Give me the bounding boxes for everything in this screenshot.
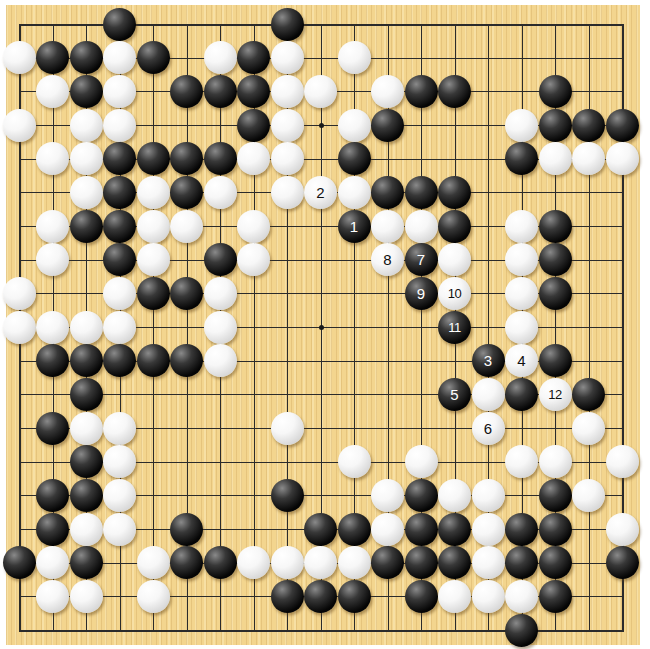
stone-black-c12-r8[interactable]: 9 — [405, 277, 438, 310]
stone-black-c2-r11[interactable] — [70, 378, 103, 411]
stone-white-c9-r16[interactable] — [304, 546, 337, 579]
stone-white-c10-r16[interactable] — [338, 546, 371, 579]
move-number-label: 11 — [438, 311, 471, 344]
stone-black-c12-r14[interactable] — [405, 479, 438, 512]
stone-white-c3-r12[interactable] — [103, 412, 136, 445]
stone-white-c1-r2[interactable] — [36, 75, 69, 108]
stone-black-c13-r9[interactable]: 11 — [438, 311, 471, 344]
stone-white-c8-r2[interactable] — [271, 75, 304, 108]
stone-white-c1-r6[interactable] — [36, 210, 69, 243]
stone-white-c0-r9[interactable] — [3, 311, 36, 344]
stone-white-c6-r10[interactable] — [204, 344, 237, 377]
stone-white-c15-r3[interactable] — [505, 109, 538, 142]
stone-black-c3-r0[interactable] — [103, 8, 136, 41]
stone-black-c13-r6[interactable] — [438, 210, 471, 243]
stone-white-c3-r3[interactable] — [103, 109, 136, 142]
stone-black-c9-r17[interactable] — [304, 580, 337, 613]
stone-white-c2-r5[interactable] — [70, 176, 103, 209]
stone-white-c15-r7[interactable] — [505, 243, 538, 276]
stone-white-c13-r14[interactable] — [438, 479, 471, 512]
stone-black-c6-r7[interactable] — [204, 243, 237, 276]
stone-black-c12-r15[interactable] — [405, 513, 438, 546]
stone-white-c15-r17[interactable] — [505, 580, 538, 613]
stone-black-c16-r6[interactable] — [539, 210, 572, 243]
stone-black-c10-r15[interactable] — [338, 513, 371, 546]
stone-black-c4-r1[interactable] — [137, 41, 170, 74]
move-number-label: 3 — [472, 344, 505, 377]
stone-white-c4-r5[interactable] — [137, 176, 170, 209]
stone-white-c2-r3[interactable] — [70, 109, 103, 142]
stone-white-c9-r5[interactable]: 2 — [304, 176, 337, 209]
stone-white-c11-r15[interactable] — [371, 513, 404, 546]
stone-black-c16-r2[interactable] — [539, 75, 572, 108]
stone-black-c3-r10[interactable] — [103, 344, 136, 377]
stone-black-c10-r17[interactable] — [338, 580, 371, 613]
stone-black-c2-r14[interactable] — [70, 479, 103, 512]
stone-black-c7-r1[interactable] — [237, 41, 270, 74]
stone-black-c11-r16[interactable] — [371, 546, 404, 579]
stone-white-c4-r7[interactable] — [137, 243, 170, 276]
stone-white-c0-r3[interactable] — [3, 109, 36, 142]
stone-white-c14-r14[interactable] — [472, 479, 505, 512]
stone-black-c15-r15[interactable] — [505, 513, 538, 546]
stone-white-c8-r12[interactable] — [271, 412, 304, 445]
stone-white-c17-r4[interactable] — [572, 142, 605, 175]
stone-black-c15-r18[interactable] — [505, 614, 538, 647]
stone-white-c3-r2[interactable] — [103, 75, 136, 108]
stone-black-c15-r11[interactable] — [505, 378, 538, 411]
stone-white-c14-r17[interactable] — [472, 580, 505, 613]
stone-white-c18-r15[interactable] — [606, 513, 639, 546]
stone-black-c11-r3[interactable] — [371, 109, 404, 142]
stone-black-c5-r8[interactable] — [170, 277, 203, 310]
stone-white-c8-r16[interactable] — [271, 546, 304, 579]
stone-black-c1-r10[interactable] — [36, 344, 69, 377]
stone-black-c16-r8[interactable] — [539, 277, 572, 310]
stone-black-c13-r2[interactable] — [438, 75, 471, 108]
stone-white-c13-r7[interactable] — [438, 243, 471, 276]
stone-black-c16-r14[interactable] — [539, 479, 572, 512]
stone-black-c7-r3[interactable] — [237, 109, 270, 142]
stone-white-c8-r3[interactable] — [271, 109, 304, 142]
stone-white-c7-r7[interactable] — [237, 243, 270, 276]
move-number-label: 8 — [371, 243, 404, 276]
stone-white-c10-r3[interactable] — [338, 109, 371, 142]
stone-black-c11-r5[interactable] — [371, 176, 404, 209]
stone-white-c2-r12[interactable] — [70, 412, 103, 445]
stone-black-c10-r6[interactable]: 1 — [338, 210, 371, 243]
stone-white-c14-r15[interactable] — [472, 513, 505, 546]
stone-white-c5-r6[interactable] — [170, 210, 203, 243]
stone-black-c8-r17[interactable] — [271, 580, 304, 613]
stone-white-c7-r16[interactable] — [237, 546, 270, 579]
stone-black-c12-r17[interactable] — [405, 580, 438, 613]
stone-black-c5-r16[interactable] — [170, 546, 203, 579]
stone-white-c0-r8[interactable] — [3, 277, 36, 310]
stone-black-c0-r16[interactable] — [3, 546, 36, 579]
stone-white-c6-r8[interactable] — [204, 277, 237, 310]
stone-black-c17-r3[interactable] — [572, 109, 605, 142]
stone-white-c12-r13[interactable] — [405, 445, 438, 478]
stone-black-c7-r2[interactable] — [237, 75, 270, 108]
stone-white-c13-r8[interactable]: 10 — [438, 277, 471, 310]
stone-black-c15-r16[interactable] — [505, 546, 538, 579]
stone-black-c2-r13[interactable] — [70, 445, 103, 478]
stone-white-c4-r17[interactable] — [137, 580, 170, 613]
stone-white-c11-r14[interactable] — [371, 479, 404, 512]
stone-black-c2-r16[interactable] — [70, 546, 103, 579]
stone-white-c15-r9[interactable] — [505, 311, 538, 344]
stone-black-c12-r5[interactable] — [405, 176, 438, 209]
stone-white-c15-r6[interactable] — [505, 210, 538, 243]
stone-black-c5-r2[interactable] — [170, 75, 203, 108]
stone-white-c3-r13[interactable] — [103, 445, 136, 478]
stone-black-c12-r2[interactable] — [405, 75, 438, 108]
stone-white-c3-r14[interactable] — [103, 479, 136, 512]
stone-black-c6-r16[interactable] — [204, 546, 237, 579]
stone-white-c14-r12[interactable]: 6 — [472, 412, 505, 445]
stone-white-c8-r1[interactable] — [271, 41, 304, 74]
stone-white-c1-r17[interactable] — [36, 580, 69, 613]
stone-white-c1-r4[interactable] — [36, 142, 69, 175]
stone-black-c3-r7[interactable] — [103, 243, 136, 276]
stone-black-c1-r14[interactable] — [36, 479, 69, 512]
stone-black-c5-r15[interactable] — [170, 513, 203, 546]
stone-white-c0-r1[interactable] — [3, 41, 36, 74]
move-number-label: 4 — [505, 344, 538, 377]
stone-black-c12-r7[interactable]: 7 — [405, 243, 438, 276]
stone-black-c4-r8[interactable] — [137, 277, 170, 310]
stone-white-c16-r4[interactable] — [539, 142, 572, 175]
stone-white-c10-r5[interactable] — [338, 176, 371, 209]
stone-black-c15-r4[interactable] — [505, 142, 538, 175]
move-number-label: 2 — [304, 176, 337, 209]
stone-white-c4-r16[interactable] — [137, 546, 170, 579]
stone-white-c3-r15[interactable] — [103, 513, 136, 546]
stone-black-c12-r16[interactable] — [405, 546, 438, 579]
stone-white-c17-r12[interactable] — [572, 412, 605, 445]
stone-black-c5-r4[interactable] — [170, 142, 203, 175]
stone-white-c1-r16[interactable] — [36, 546, 69, 579]
stone-black-c5-r10[interactable] — [170, 344, 203, 377]
stone-white-c1-r9[interactable] — [36, 311, 69, 344]
stone-white-c15-r13[interactable] — [505, 445, 538, 478]
stone-white-c4-r6[interactable] — [137, 210, 170, 243]
stone-white-c3-r8[interactable] — [103, 277, 136, 310]
stone-white-c6-r5[interactable] — [204, 176, 237, 209]
stone-white-c18-r13[interactable] — [606, 445, 639, 478]
stone-black-c3-r5[interactable] — [103, 176, 136, 209]
move-number-label: 7 — [405, 243, 438, 276]
stone-black-c4-r10[interactable] — [137, 344, 170, 377]
stone-white-c7-r4[interactable] — [237, 142, 270, 175]
stone-black-c13-r5[interactable] — [438, 176, 471, 209]
move-number-label: 12 — [539, 378, 572, 411]
stone-white-c9-r2[interactable] — [304, 75, 337, 108]
stone-white-c8-r5[interactable] — [271, 176, 304, 209]
stone-black-c18-r3[interactable] — [606, 109, 639, 142]
move-number-label: 10 — [438, 277, 471, 310]
stone-white-c1-r7[interactable] — [36, 243, 69, 276]
move-number-label: 5 — [438, 378, 471, 411]
stone-black-c3-r6[interactable] — [103, 210, 136, 243]
stone-black-c14-r10[interactable]: 3 — [472, 344, 505, 377]
stone-black-c13-r15[interactable] — [438, 513, 471, 546]
stone-black-c2-r2[interactable] — [70, 75, 103, 108]
stone-white-c10-r13[interactable] — [338, 445, 371, 478]
move-number-label: 9 — [405, 277, 438, 310]
stone-white-c3-r9[interactable] — [103, 311, 136, 344]
stone-black-c6-r4[interactable] — [204, 142, 237, 175]
go-diagram: 218791011345126 — [0, 0, 650, 649]
stone-black-c13-r16[interactable] — [438, 546, 471, 579]
stone-white-c10-r1[interactable] — [338, 41, 371, 74]
stone-white-c15-r10[interactable]: 4 — [505, 344, 538, 377]
stone-black-c2-r6[interactable] — [70, 210, 103, 243]
stone-white-c3-r1[interactable] — [103, 41, 136, 74]
grid-line-vertical-4 — [153, 24, 154, 632]
move-number-label: 6 — [472, 412, 505, 445]
stone-white-c2-r4[interactable] — [70, 142, 103, 175]
stone-white-c11-r2[interactable] — [371, 75, 404, 108]
stone-white-c11-r7[interactable]: 8 — [371, 243, 404, 276]
stone-black-c1-r12[interactable] — [36, 412, 69, 445]
stone-white-c6-r9[interactable] — [204, 311, 237, 344]
star-point-9-9 — [319, 325, 324, 330]
stone-white-c17-r14[interactable] — [572, 479, 605, 512]
stone-black-c2-r1[interactable] — [70, 41, 103, 74]
stone-black-c16-r7[interactable] — [539, 243, 572, 276]
star-point-9-3 — [319, 123, 324, 128]
stone-white-c16-r11[interactable]: 12 — [539, 378, 572, 411]
stone-black-c17-r11[interactable] — [572, 378, 605, 411]
stone-white-c14-r11[interactable] — [472, 378, 505, 411]
stone-black-c16-r17[interactable] — [539, 580, 572, 613]
stone-white-c13-r17[interactable] — [438, 580, 471, 613]
stone-white-c15-r8[interactable] — [505, 277, 538, 310]
stone-black-c18-r16[interactable] — [606, 546, 639, 579]
stone-white-c14-r16[interactable] — [472, 546, 505, 579]
stone-black-c6-r2[interactable] — [204, 75, 237, 108]
stone-black-c16-r15[interactable] — [539, 513, 572, 546]
stone-white-c18-r4[interactable] — [606, 142, 639, 175]
stone-black-c16-r3[interactable] — [539, 109, 572, 142]
stone-black-c1-r15[interactable] — [36, 513, 69, 546]
stone-black-c3-r4[interactable] — [103, 142, 136, 175]
stone-black-c1-r1[interactable] — [36, 41, 69, 74]
stone-white-c16-r13[interactable] — [539, 445, 572, 478]
stone-black-c4-r4[interactable] — [137, 142, 170, 175]
go-board[interactable]: 218791011345126 — [6, 5, 640, 645]
stone-white-c2-r17[interactable] — [70, 580, 103, 613]
stone-black-c10-r4[interactable] — [338, 142, 371, 175]
stone-white-c6-r1[interactable] — [204, 41, 237, 74]
stone-white-c11-r6[interactable] — [371, 210, 404, 243]
stone-black-c16-r10[interactable] — [539, 344, 572, 377]
stone-black-c13-r11[interactable]: 5 — [438, 378, 471, 411]
stone-black-c2-r10[interactable] — [70, 344, 103, 377]
stone-white-c2-r9[interactable] — [70, 311, 103, 344]
move-number-label: 1 — [338, 210, 371, 243]
stone-white-c2-r15[interactable] — [70, 513, 103, 546]
stone-white-c8-r4[interactable] — [271, 142, 304, 175]
stone-black-c8-r14[interactable] — [271, 479, 304, 512]
stone-black-c9-r15[interactable] — [304, 513, 337, 546]
stone-black-c8-r0[interactable] — [271, 8, 304, 41]
stone-white-c12-r6[interactable] — [405, 210, 438, 243]
stone-black-c5-r5[interactable] — [170, 176, 203, 209]
stone-white-c7-r6[interactable] — [237, 210, 270, 243]
stone-black-c16-r16[interactable] — [539, 546, 572, 579]
